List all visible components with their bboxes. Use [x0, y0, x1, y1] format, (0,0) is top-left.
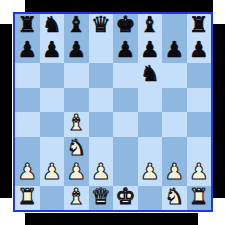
square-f7[interactable]: ♟ [138, 39, 163, 64]
square-g3[interactable] [162, 137, 187, 162]
square-b8[interactable]: ♞ [40, 14, 65, 39]
square-g7[interactable]: ♟ [162, 39, 187, 64]
black-knight[interactable]: ♞ [140, 63, 160, 86]
square-e4[interactable] [113, 112, 138, 137]
square-c4[interactable]: ♝ [64, 112, 89, 137]
square-b5[interactable] [40, 88, 65, 113]
square-h6[interactable] [187, 63, 212, 88]
black-pawn[interactable]: ♟ [42, 39, 62, 62]
black-pawn[interactable]: ♟ [66, 39, 86, 62]
square-c6[interactable] [64, 63, 89, 88]
black-queen[interactable]: ♛ [91, 14, 111, 37]
square-g6[interactable] [162, 63, 187, 88]
black-bishop[interactable]: ♝ [66, 14, 86, 37]
black-pawn[interactable]: ♟ [115, 39, 135, 62]
square-d1[interactable]: ♛ [89, 186, 114, 211]
square-c1[interactable]: ♝ [64, 186, 89, 211]
white-knight[interactable]: ♞ [164, 186, 184, 209]
white-pawn[interactable]: ♟ [189, 161, 209, 184]
square-d4[interactable] [89, 112, 114, 137]
square-e2[interactable] [113, 161, 138, 186]
white-knight[interactable]: ♞ [66, 137, 86, 160]
black-pawn[interactable]: ♟ [164, 39, 184, 62]
black-knight[interactable]: ♞ [42, 14, 62, 37]
square-a7[interactable]: ♟ [15, 39, 40, 64]
white-queen[interactable]: ♛ [91, 186, 111, 209]
square-h1[interactable]: ♜ [187, 186, 212, 211]
square-d6[interactable] [89, 63, 114, 88]
white-pawn[interactable]: ♟ [164, 161, 184, 184]
square-c8[interactable]: ♝ [64, 14, 89, 39]
black-pawn[interactable]: ♟ [140, 39, 160, 62]
square-d7[interactable] [89, 39, 114, 64]
square-a8[interactable]: ♜ [15, 14, 40, 39]
black-rook[interactable]: ♜ [17, 14, 37, 37]
square-b2[interactable]: ♟ [40, 161, 65, 186]
white-bishop[interactable]: ♝ [66, 112, 86, 135]
white-pawn[interactable]: ♟ [91, 161, 111, 184]
white-pawn[interactable]: ♟ [66, 161, 86, 184]
square-e5[interactable] [113, 88, 138, 113]
black-rook[interactable]: ♜ [189, 14, 209, 37]
square-b1[interactable] [40, 186, 65, 211]
square-c5[interactable] [64, 88, 89, 113]
white-rook[interactable]: ♜ [189, 186, 209, 209]
square-d8[interactable]: ♛ [89, 14, 114, 39]
square-g1[interactable]: ♞ [162, 186, 187, 211]
square-a3[interactable] [15, 137, 40, 162]
right-shadow-bar [213, 24, 225, 198]
left-shadow-bar [0, 24, 12, 198]
square-c7[interactable]: ♟ [64, 39, 89, 64]
square-b6[interactable] [40, 63, 65, 88]
square-d3[interactable] [89, 137, 114, 162]
square-f8[interactable]: ♝ [138, 14, 163, 39]
square-a1[interactable]: ♜ [15, 186, 40, 211]
square-f5[interactable] [138, 88, 163, 113]
square-e6[interactable] [113, 63, 138, 88]
black-king[interactable]: ♚ [115, 14, 135, 37]
square-a2[interactable]: ♟ [15, 161, 40, 186]
square-h7[interactable]: ♟ [187, 39, 212, 64]
square-a4[interactable] [15, 112, 40, 137]
square-f3[interactable] [138, 137, 163, 162]
white-king[interactable]: ♚ [115, 186, 135, 209]
square-c3[interactable]: ♞ [64, 137, 89, 162]
square-d2[interactable]: ♟ [89, 161, 114, 186]
square-a6[interactable] [15, 63, 40, 88]
square-g8[interactable] [162, 14, 187, 39]
black-pawn[interactable]: ♟ [17, 39, 37, 62]
square-h5[interactable] [187, 88, 212, 113]
square-f6[interactable]: ♞ [138, 63, 163, 88]
bottom-shadow-bar [25, 213, 198, 225]
white-pawn[interactable]: ♟ [42, 161, 62, 184]
black-pawn[interactable]: ♟ [189, 39, 209, 62]
square-b7[interactable]: ♟ [40, 39, 65, 64]
white-pawn[interactable]: ♟ [17, 161, 37, 184]
square-b4[interactable] [40, 112, 65, 137]
white-bishop[interactable]: ♝ [66, 186, 86, 209]
square-f2[interactable]: ♟ [138, 161, 163, 186]
square-h4[interactable] [187, 112, 212, 137]
square-f1[interactable] [138, 186, 163, 211]
square-e1[interactable]: ♚ [113, 186, 138, 211]
square-h8[interactable]: ♜ [187, 14, 212, 39]
chess-board: ♜♞♝♛♚♝♜♟♟♟♟♟♟♟♞♝♞♟♟♟♟♟♟♟♜♝♛♚♞♜ [13, 12, 213, 212]
square-a5[interactable] [15, 88, 40, 113]
square-g4[interactable] [162, 112, 187, 137]
square-c2[interactable]: ♟ [64, 161, 89, 186]
white-pawn[interactable]: ♟ [140, 161, 160, 184]
black-bishop[interactable]: ♝ [140, 14, 160, 37]
white-rook[interactable]: ♜ [17, 186, 37, 209]
square-h2[interactable]: ♟ [187, 161, 212, 186]
square-b3[interactable] [40, 137, 65, 162]
square-e3[interactable] [113, 137, 138, 162]
square-d5[interactable] [89, 88, 114, 113]
square-g5[interactable] [162, 88, 187, 113]
top-shadow-bar [25, 0, 213, 12]
square-f4[interactable] [138, 112, 163, 137]
square-g2[interactable]: ♟ [162, 161, 187, 186]
square-h3[interactable] [187, 137, 212, 162]
square-e7[interactable]: ♟ [113, 39, 138, 64]
square-e8[interactable]: ♚ [113, 14, 138, 39]
